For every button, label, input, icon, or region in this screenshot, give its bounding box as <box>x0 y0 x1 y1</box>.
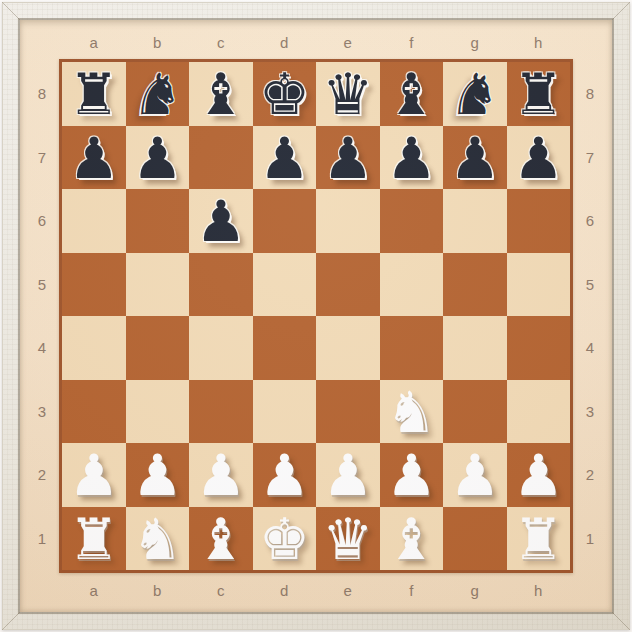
rank-label-3: 3 <box>28 380 56 444</box>
square-c6[interactable]: ♟ <box>189 189 253 253</box>
rank-label-6: 6 <box>576 189 604 253</box>
square-a4[interactable] <box>62 316 126 380</box>
white-rook[interactable]: ♜ <box>68 511 119 568</box>
file-label-f: f <box>380 576 444 604</box>
square-g8[interactable]: ♞ <box>443 62 507 126</box>
square-d6[interactable] <box>253 189 317 253</box>
black-pawn[interactable]: ♟ <box>513 130 564 187</box>
square-f8[interactable]: ♝ <box>380 62 444 126</box>
rank-labels-right: 87654321 <box>576 62 604 570</box>
square-b2[interactable]: ♟ <box>126 443 190 507</box>
file-label-h: h <box>507 28 571 56</box>
square-c4[interactable] <box>189 316 253 380</box>
square-h7[interactable]: ♟ <box>507 126 571 190</box>
file-labels-bottom: abcdefgh <box>62 576 570 604</box>
file-label-a: a <box>62 576 126 604</box>
square-d1[interactable]: ♚ <box>253 507 317 571</box>
black-rook[interactable]: ♜ <box>513 66 564 123</box>
square-d8[interactable]: ♚ <box>253 62 317 126</box>
square-d4[interactable] <box>253 316 317 380</box>
square-e1[interactable]: ♛ <box>316 507 380 571</box>
rank-label-6: 6 <box>28 189 56 253</box>
demo-chessboard-photo: abcdefgh abcdefgh 87654321 87654321 ♜♞♝♚… <box>0 0 632 632</box>
rank-label-4: 4 <box>576 316 604 380</box>
square-a2[interactable]: ♟ <box>62 443 126 507</box>
file-label-e: e <box>316 28 380 56</box>
black-queen[interactable]: ♛ <box>322 66 373 123</box>
white-pawn[interactable]: ♟ <box>513 447 564 504</box>
black-bishop[interactable]: ♝ <box>195 66 246 123</box>
file-label-c: c <box>189 576 253 604</box>
rank-label-3: 3 <box>576 380 604 444</box>
square-b4[interactable] <box>126 316 190 380</box>
square-b3[interactable] <box>126 380 190 444</box>
white-knight[interactable]: ♞ <box>132 511 183 568</box>
white-pawn[interactable]: ♟ <box>132 447 183 504</box>
rank-label-7: 7 <box>28 126 56 190</box>
square-b6[interactable] <box>126 189 190 253</box>
square-g4[interactable] <box>443 316 507 380</box>
file-label-e: e <box>316 576 380 604</box>
white-bishop[interactable]: ♝ <box>195 511 246 568</box>
square-g3[interactable] <box>443 380 507 444</box>
square-c5[interactable] <box>189 253 253 317</box>
file-label-h: h <box>507 576 571 604</box>
black-knight[interactable]: ♞ <box>449 66 500 123</box>
rank-label-7: 7 <box>576 126 604 190</box>
white-pawn[interactable]: ♟ <box>195 447 246 504</box>
black-pawn[interactable]: ♟ <box>322 130 373 187</box>
square-b8[interactable]: ♞ <box>126 62 190 126</box>
white-pawn[interactable]: ♟ <box>259 447 310 504</box>
square-f6[interactable] <box>380 189 444 253</box>
square-b1[interactable]: ♞ <box>126 507 190 571</box>
rank-label-4: 4 <box>28 316 56 380</box>
square-e5[interactable] <box>316 253 380 317</box>
file-label-a: a <box>62 28 126 56</box>
square-h4[interactable] <box>507 316 571 380</box>
rank-label-2: 2 <box>576 443 604 507</box>
square-h2[interactable]: ♟ <box>507 443 571 507</box>
square-c1[interactable]: ♝ <box>189 507 253 571</box>
white-queen[interactable]: ♛ <box>322 511 373 568</box>
square-g2[interactable]: ♟ <box>443 443 507 507</box>
file-label-g: g <box>443 28 507 56</box>
square-a1[interactable]: ♜ <box>62 507 126 571</box>
square-b5[interactable] <box>126 253 190 317</box>
rank-label-5: 5 <box>576 253 604 317</box>
file-label-b: b <box>126 576 190 604</box>
file-label-b: b <box>126 28 190 56</box>
square-d7[interactable]: ♟ <box>253 126 317 190</box>
white-knight[interactable]: ♞ <box>386 384 437 441</box>
square-d5[interactable] <box>253 253 317 317</box>
rank-label-5: 5 <box>28 253 56 317</box>
square-h5[interactable] <box>507 253 571 317</box>
white-bishop[interactable]: ♝ <box>386 511 437 568</box>
square-f7[interactable]: ♟ <box>380 126 444 190</box>
square-e4[interactable] <box>316 316 380 380</box>
square-e2[interactable]: ♟ <box>316 443 380 507</box>
square-a8[interactable]: ♜ <box>62 62 126 126</box>
black-knight[interactable]: ♞ <box>132 66 183 123</box>
square-e6[interactable] <box>316 189 380 253</box>
square-g7[interactable]: ♟ <box>443 126 507 190</box>
square-d2[interactable]: ♟ <box>253 443 317 507</box>
square-c7[interactable] <box>189 126 253 190</box>
white-rook[interactable]: ♜ <box>513 511 564 568</box>
file-label-g: g <box>443 576 507 604</box>
square-f4[interactable] <box>380 316 444 380</box>
board-field: abcdefgh abcdefgh 87654321 87654321 ♜♞♝♚… <box>20 20 612 612</box>
square-a5[interactable] <box>62 253 126 317</box>
square-e3[interactable] <box>316 380 380 444</box>
white-pawn[interactable]: ♟ <box>449 447 500 504</box>
square-b7[interactable]: ♟ <box>126 126 190 190</box>
square-a3[interactable] <box>62 380 126 444</box>
square-h8[interactable]: ♜ <box>507 62 571 126</box>
square-f2[interactable]: ♟ <box>380 443 444 507</box>
square-g6[interactable] <box>443 189 507 253</box>
square-f3[interactable]: ♞ <box>380 380 444 444</box>
square-h3[interactable] <box>507 380 571 444</box>
file-label-c: c <box>189 28 253 56</box>
chess-board: ♜♞♝♚♛♝♞♜♟♟♟♟♟♟♟♟♞♟♟♟♟♟♟♟♟♜♞♝♚♛♝♜ <box>59 59 573 573</box>
square-h1[interactable]: ♜ <box>507 507 571 571</box>
square-h6[interactable] <box>507 189 571 253</box>
white-pawn[interactable]: ♟ <box>68 447 119 504</box>
black-pawn[interactable]: ♟ <box>386 130 437 187</box>
square-g5[interactable] <box>443 253 507 317</box>
square-f1[interactable]: ♝ <box>380 507 444 571</box>
rank-label-8: 8 <box>576 62 604 126</box>
square-a6[interactable] <box>62 189 126 253</box>
file-label-d: d <box>253 576 317 604</box>
square-e7[interactable]: ♟ <box>316 126 380 190</box>
black-rook[interactable]: ♜ <box>68 66 119 123</box>
square-c2[interactable]: ♟ <box>189 443 253 507</box>
rank-label-2: 2 <box>28 443 56 507</box>
file-label-d: d <box>253 28 317 56</box>
rank-label-8: 8 <box>28 62 56 126</box>
square-a7[interactable]: ♟ <box>62 126 126 190</box>
white-king[interactable]: ♚ <box>259 511 310 568</box>
square-c3[interactable] <box>189 380 253 444</box>
file-label-f: f <box>380 28 444 56</box>
square-e8[interactable]: ♛ <box>316 62 380 126</box>
square-c8[interactable]: ♝ <box>189 62 253 126</box>
file-labels-top: abcdefgh <box>62 28 570 56</box>
black-pawn[interactable]: ♟ <box>68 130 119 187</box>
square-d3[interactable] <box>253 380 317 444</box>
black-bishop[interactable]: ♝ <box>386 66 437 123</box>
black-king[interactable]: ♚ <box>259 66 310 123</box>
white-pawn[interactable]: ♟ <box>322 447 373 504</box>
black-pawn[interactable]: ♟ <box>195 193 246 250</box>
square-g1[interactable] <box>443 507 507 571</box>
rank-label-1: 1 <box>576 507 604 571</box>
rank-label-1: 1 <box>28 507 56 571</box>
square-f5[interactable] <box>380 253 444 317</box>
black-pawn[interactable]: ♟ <box>259 130 310 187</box>
black-pawn[interactable]: ♟ <box>449 130 500 187</box>
rank-labels-left: 87654321 <box>28 62 56 570</box>
white-pawn[interactable]: ♟ <box>386 447 437 504</box>
black-pawn[interactable]: ♟ <box>132 130 183 187</box>
